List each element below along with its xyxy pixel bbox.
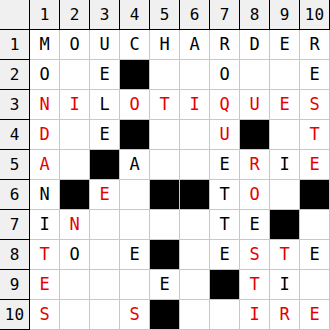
grid-cell[interactable] bbox=[270, 60, 300, 90]
grid-cell[interactable]: E bbox=[90, 120, 120, 150]
row-label-7: 7 bbox=[0, 210, 30, 240]
grid-cell[interactable]: O bbox=[120, 90, 150, 120]
grid-cell[interactable]: E bbox=[300, 300, 330, 330]
grid-cell[interactable]: D bbox=[240, 30, 270, 60]
col-label-1: 1 bbox=[30, 0, 60, 30]
block-cell bbox=[120, 60, 150, 90]
grid-cell[interactable]: A bbox=[30, 150, 60, 180]
grid-cell[interactable] bbox=[90, 270, 120, 300]
grid-cell[interactable]: T bbox=[210, 180, 240, 210]
grid-cell[interactable]: I bbox=[270, 270, 300, 300]
block-cell bbox=[120, 120, 150, 150]
corner-cell bbox=[0, 0, 30, 30]
grid-cell[interactable] bbox=[180, 210, 210, 240]
grid-cell[interactable]: A bbox=[120, 150, 150, 180]
col-label-8: 8 bbox=[240, 0, 270, 30]
grid-cell[interactable] bbox=[60, 270, 90, 300]
block-cell bbox=[150, 180, 180, 210]
grid-cell[interactable]: O bbox=[210, 60, 240, 90]
grid-cell[interactable]: S bbox=[30, 300, 60, 330]
grid-cell[interactable]: U bbox=[90, 30, 120, 60]
grid-cell[interactable] bbox=[60, 300, 90, 330]
block-cell bbox=[210, 270, 240, 300]
col-label-6: 6 bbox=[180, 0, 210, 30]
block-cell bbox=[90, 150, 120, 180]
row-label-8: 8 bbox=[0, 240, 30, 270]
grid-cell[interactable] bbox=[240, 60, 270, 90]
grid-cell[interactable]: T bbox=[150, 90, 180, 120]
col-label-2: 2 bbox=[60, 0, 90, 30]
row-label-5: 5 bbox=[0, 150, 30, 180]
grid-cell[interactable] bbox=[180, 60, 210, 90]
grid-cell[interactable] bbox=[120, 180, 150, 210]
grid-cell[interactable] bbox=[120, 210, 150, 240]
grid-cell[interactable] bbox=[90, 210, 120, 240]
grid-cell[interactable] bbox=[90, 300, 120, 330]
grid-cell[interactable] bbox=[180, 240, 210, 270]
grid-cell[interactable]: N bbox=[30, 180, 60, 210]
grid-cell[interactable]: I bbox=[270, 150, 300, 180]
grid-cell[interactable]: S bbox=[240, 240, 270, 270]
row-label-9: 9 bbox=[0, 270, 30, 300]
grid-cell[interactable]: E bbox=[210, 150, 240, 180]
grid-cell[interactable]: I bbox=[60, 90, 90, 120]
grid-cell[interactable]: T bbox=[300, 120, 330, 150]
grid-cell[interactable] bbox=[150, 150, 180, 180]
grid-cell[interactable]: E bbox=[120, 240, 150, 270]
grid-cell[interactable]: I bbox=[240, 300, 270, 330]
grid-cell[interactable]: A bbox=[180, 30, 210, 60]
grid-cell[interactable]: C bbox=[120, 30, 150, 60]
grid-cell[interactable] bbox=[180, 300, 210, 330]
grid-cell[interactable]: O bbox=[240, 180, 270, 210]
col-label-3: 3 bbox=[90, 0, 120, 30]
grid-cell[interactable]: M bbox=[30, 30, 60, 60]
grid-cell[interactable] bbox=[90, 240, 120, 270]
grid-cell[interactable]: E bbox=[300, 60, 330, 90]
grid-cell[interactable]: R bbox=[210, 30, 240, 60]
grid-cell[interactable]: E bbox=[300, 150, 330, 180]
grid-cell[interactable]: L bbox=[90, 90, 120, 120]
block-cell bbox=[60, 180, 90, 210]
grid-cell[interactable] bbox=[210, 300, 240, 330]
grid-cell[interactable] bbox=[180, 270, 210, 300]
grid-cell[interactable]: E bbox=[270, 30, 300, 60]
col-label-9: 9 bbox=[270, 0, 300, 30]
grid-cell[interactable]: R bbox=[300, 30, 330, 60]
grid-cell[interactable]: S bbox=[120, 300, 150, 330]
grid-cell[interactable] bbox=[300, 270, 330, 300]
grid-cell[interactable]: U bbox=[240, 90, 270, 120]
grid-cell[interactable]: N bbox=[30, 90, 60, 120]
grid-cell[interactable]: D bbox=[30, 120, 60, 150]
grid-cell[interactable]: Q bbox=[210, 90, 240, 120]
grid-cell[interactable]: E bbox=[90, 60, 120, 90]
grid-cell[interactable]: T bbox=[30, 240, 60, 270]
row-label-2: 2 bbox=[0, 60, 30, 90]
block-cell bbox=[150, 300, 180, 330]
block-cell bbox=[240, 120, 270, 150]
row-label-10: 10 bbox=[0, 300, 30, 330]
block-cell bbox=[300, 180, 330, 210]
grid-cell[interactable]: O bbox=[60, 30, 90, 60]
grid-cell[interactable]: E bbox=[300, 240, 330, 270]
grid-cell[interactable] bbox=[270, 120, 300, 150]
grid-cell[interactable]: E bbox=[90, 180, 120, 210]
col-label-7: 7 bbox=[210, 0, 240, 30]
col-label-10: 10 bbox=[300, 0, 330, 30]
crossword-board: 123456789101MOUCHARDER2OEOE3NILOTIQUES4D… bbox=[0, 0, 330, 330]
block-cell bbox=[270, 210, 300, 240]
col-label-4: 4 bbox=[120, 0, 150, 30]
grid-cell[interactable] bbox=[180, 120, 210, 150]
grid-cell[interactable]: E bbox=[30, 270, 60, 300]
block-cell bbox=[180, 180, 210, 210]
grid-cell[interactable]: U bbox=[210, 120, 240, 150]
col-label-5: 5 bbox=[150, 0, 180, 30]
grid-cell[interactable]: E bbox=[150, 270, 180, 300]
grid-cell[interactable]: E bbox=[270, 90, 300, 120]
grid-cell[interactable] bbox=[180, 150, 210, 180]
grid-cell[interactable] bbox=[60, 150, 90, 180]
grid-cell[interactable]: O bbox=[30, 60, 60, 90]
grid-cell[interactable]: R bbox=[270, 300, 300, 330]
row-label-1: 1 bbox=[0, 30, 30, 60]
grid-cell[interactable]: N bbox=[60, 210, 90, 240]
grid-cell[interactable]: E bbox=[210, 240, 240, 270]
grid-cell[interactable] bbox=[150, 210, 180, 240]
grid-cell[interactable]: E bbox=[240, 210, 270, 240]
grid-cell[interactable] bbox=[60, 60, 90, 90]
grid-cell[interactable] bbox=[150, 120, 180, 150]
grid-cell[interactable]: S bbox=[300, 90, 330, 120]
grid-cell[interactable]: H bbox=[150, 30, 180, 60]
grid-cell[interactable]: T bbox=[210, 210, 240, 240]
row-label-6: 6 bbox=[0, 180, 30, 210]
block-cell bbox=[150, 240, 180, 270]
grid-cell[interactable]: T bbox=[240, 270, 270, 300]
grid-cell[interactable]: O bbox=[60, 240, 90, 270]
grid-cell[interactable]: R bbox=[240, 150, 270, 180]
grid-cell[interactable]: I bbox=[180, 90, 210, 120]
grid-cell[interactable] bbox=[60, 120, 90, 150]
row-label-3: 3 bbox=[0, 90, 30, 120]
grid-cell[interactable] bbox=[120, 270, 150, 300]
grid-cell[interactable] bbox=[270, 180, 300, 210]
grid-cell[interactable] bbox=[150, 60, 180, 90]
row-label-4: 4 bbox=[0, 120, 30, 150]
grid-cell[interactable] bbox=[300, 210, 330, 240]
grid-cell[interactable]: I bbox=[30, 210, 60, 240]
grid-cell[interactable]: T bbox=[270, 240, 300, 270]
